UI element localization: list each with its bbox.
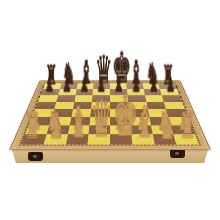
square-b1: ♞ bbox=[43, 134, 67, 144]
square-d1: ♛ bbox=[88, 134, 110, 144]
square-f6 bbox=[127, 95, 146, 102]
black-rook: ♜ bbox=[45, 62, 58, 89]
square-f4 bbox=[129, 109, 149, 117]
black-bishop: ♝ bbox=[129, 56, 142, 89]
black-bishop: ♝ bbox=[78, 56, 91, 89]
square-a6 bbox=[38, 95, 58, 102]
square-g4 bbox=[147, 109, 168, 117]
square-h6 bbox=[162, 95, 182, 102]
square-h5 bbox=[164, 102, 185, 109]
square-g6 bbox=[145, 95, 164, 102]
square-b4 bbox=[52, 109, 73, 117]
square-d5 bbox=[91, 102, 110, 109]
square-f3 bbox=[129, 117, 150, 125]
square-c1: ♝ bbox=[66, 134, 89, 144]
black-king: ♚ bbox=[112, 46, 125, 89]
chess-board: ♜♞♝♛♚♝♞♜♟♟♟♟♟♟♟♟♟♟♟♟♟♟♟♟♜♞♝♛♚♝♞♜ bbox=[19, 83, 201, 146]
square-f2: ♟ bbox=[130, 125, 152, 134]
square-c2: ♟ bbox=[68, 125, 90, 134]
black-knight: ♞ bbox=[145, 58, 158, 89]
square-d2: ♟ bbox=[89, 125, 110, 134]
square-a4 bbox=[32, 109, 54, 117]
square-c4 bbox=[71, 109, 91, 117]
square-g3 bbox=[149, 117, 171, 125]
black-queen: ♛ bbox=[95, 50, 108, 89]
square-b6 bbox=[56, 95, 75, 102]
square-g5 bbox=[146, 102, 166, 109]
square-d3 bbox=[90, 117, 110, 125]
black-knight: ♞ bbox=[62, 58, 75, 89]
square-c6 bbox=[74, 95, 93, 102]
square-a1: ♜ bbox=[21, 134, 46, 144]
square-h4 bbox=[166, 109, 188, 117]
square-h1: ♜ bbox=[174, 134, 199, 144]
square-f5 bbox=[128, 102, 147, 109]
latch-right-icon bbox=[170, 149, 185, 158]
square-d6 bbox=[92, 95, 110, 102]
square-h3 bbox=[168, 117, 191, 125]
latch-pin-icon bbox=[33, 155, 37, 158]
latch-left-icon bbox=[28, 152, 43, 161]
black-rook: ♜ bbox=[162, 62, 175, 89]
square-e6 bbox=[110, 95, 128, 102]
square-a5 bbox=[35, 102, 56, 109]
square-c3 bbox=[69, 117, 90, 125]
square-c5 bbox=[73, 102, 92, 109]
square-e3 bbox=[110, 117, 130, 125]
square-b3 bbox=[49, 117, 71, 125]
square-e2: ♟ bbox=[110, 125, 131, 134]
square-e4 bbox=[110, 109, 129, 117]
square-b2: ♟ bbox=[46, 125, 69, 134]
square-h2: ♟ bbox=[171, 125, 195, 134]
square-g1: ♞ bbox=[152, 134, 176, 144]
square-b5 bbox=[54, 102, 74, 109]
latch-pin-icon bbox=[175, 152, 179, 155]
square-e1: ♚ bbox=[110, 134, 132, 144]
square-d4 bbox=[91, 109, 110, 117]
chess-board-frame: ♜♞♝♛♚♝♞♜♟♟♟♟♟♟♟♟♟♟♟♟♟♟♟♟♜♞♝♛♚♝♞♜ bbox=[9, 80, 211, 150]
square-g2: ♟ bbox=[151, 125, 174, 134]
square-e5 bbox=[110, 102, 129, 109]
chess-set-photo: ♜♞♝♛♚♝♞♜♟♟♟♟♟♟♟♟♟♟♟♟♟♟♟♟♜♞♝♛♚♝♞♜ bbox=[0, 0, 220, 220]
square-f1: ♝ bbox=[131, 134, 154, 144]
